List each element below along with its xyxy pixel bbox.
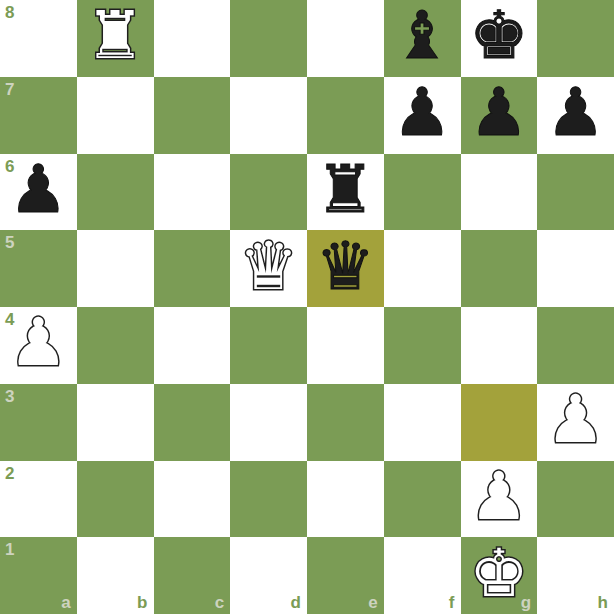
piece-black-pawn-h7[interactable]: ♟ [546,80,605,146]
square-g8[interactable]: ♚ [461,0,538,77]
file-label-d: d [291,594,301,611]
square-d4[interactable] [230,307,307,384]
piece-white-pawn-g2[interactable]: ♟ [469,464,528,530]
square-e7[interactable] [307,77,384,154]
square-h7[interactable]: ♟ [537,77,614,154]
square-b6[interactable] [77,154,154,231]
square-f6[interactable] [384,154,461,231]
square-e4[interactable] [307,307,384,384]
square-c8[interactable] [154,0,231,77]
square-e2[interactable] [307,461,384,538]
square-f7[interactable]: ♟ [384,77,461,154]
square-h5[interactable] [537,230,614,307]
square-h4[interactable] [537,307,614,384]
square-f1[interactable]: f [384,537,461,614]
square-a4[interactable]: 4♟ [0,307,77,384]
square-c3[interactable] [154,384,231,461]
square-d5[interactable]: ♛ [230,230,307,307]
square-g4[interactable] [461,307,538,384]
square-a6[interactable]: 6♟ [0,154,77,231]
square-a1[interactable]: 1a [0,537,77,614]
square-h1[interactable]: h [537,537,614,614]
square-d3[interactable] [230,384,307,461]
file-label-e: e [368,594,377,611]
rank-label-5: 5 [5,234,14,251]
square-b4[interactable] [77,307,154,384]
square-g3[interactable] [461,384,538,461]
rank-label-2: 2 [5,465,14,482]
square-b8[interactable]: ♜ [77,0,154,77]
piece-black-king-g8[interactable]: ♚ [469,3,528,69]
square-b7[interactable] [77,77,154,154]
square-c7[interactable] [154,77,231,154]
square-a2[interactable]: 2 [0,461,77,538]
square-a5[interactable]: 5 [0,230,77,307]
square-c4[interactable] [154,307,231,384]
square-b5[interactable] [77,230,154,307]
square-c2[interactable] [154,461,231,538]
square-f4[interactable] [384,307,461,384]
square-h8[interactable] [537,0,614,77]
piece-white-rook-b8[interactable]: ♜ [86,3,145,69]
piece-black-pawn-a6[interactable]: ♟ [9,157,68,223]
square-b2[interactable] [77,461,154,538]
square-b3[interactable] [77,384,154,461]
file-label-f: f [449,594,455,611]
file-label-h: h [598,594,608,611]
rank-label-1: 1 [5,541,14,558]
square-e6[interactable]: ♜ [307,154,384,231]
square-f3[interactable] [384,384,461,461]
piece-black-bishop-f8[interactable]: ♝ [393,3,452,69]
square-d6[interactable] [230,154,307,231]
square-f5[interactable] [384,230,461,307]
piece-white-pawn-a4[interactable]: ♟ [9,310,68,376]
square-g7[interactable]: ♟ [461,77,538,154]
piece-black-rook-e6[interactable]: ♜ [316,157,375,223]
square-a8[interactable]: 8 [0,0,77,77]
rank-label-7: 7 [5,81,14,98]
square-h3[interactable]: ♟ [537,384,614,461]
piece-white-queen-d5[interactable]: ♛ [239,234,298,300]
piece-black-pawn-f7[interactable]: ♟ [393,80,452,146]
square-h2[interactable] [537,461,614,538]
square-e1[interactable]: e [307,537,384,614]
square-b1[interactable]: b [77,537,154,614]
square-g5[interactable] [461,230,538,307]
square-c5[interactable] [154,230,231,307]
piece-black-pawn-g7[interactable]: ♟ [469,80,528,146]
square-f8[interactable]: ♝ [384,0,461,77]
piece-white-pawn-h3[interactable]: ♟ [546,387,605,453]
square-d7[interactable] [230,77,307,154]
square-e5[interactable]: ♛ [307,230,384,307]
file-label-b: b [137,594,147,611]
square-d2[interactable] [230,461,307,538]
rank-label-8: 8 [5,4,14,21]
square-d1[interactable]: d [230,537,307,614]
square-d8[interactable] [230,0,307,77]
piece-white-king-g1[interactable]: ♚ [469,541,528,607]
square-c6[interactable] [154,154,231,231]
square-e8[interactable] [307,0,384,77]
chess-board: 8♜♝♚7♟♟♟6♟♜5♛♛4♟3♟2♟1abcdefg♚h [0,0,614,614]
piece-black-queen-e5[interactable]: ♛ [316,234,375,300]
rank-label-3: 3 [5,388,14,405]
square-e3[interactable] [307,384,384,461]
square-f2[interactable] [384,461,461,538]
square-g6[interactable] [461,154,538,231]
file-label-c: c [215,594,224,611]
square-g1[interactable]: g♚ [461,537,538,614]
file-label-a: a [61,594,70,611]
square-c1[interactable]: c [154,537,231,614]
square-h6[interactable] [537,154,614,231]
square-a7[interactable]: 7 [0,77,77,154]
square-g2[interactable]: ♟ [461,461,538,538]
square-a3[interactable]: 3 [0,384,77,461]
